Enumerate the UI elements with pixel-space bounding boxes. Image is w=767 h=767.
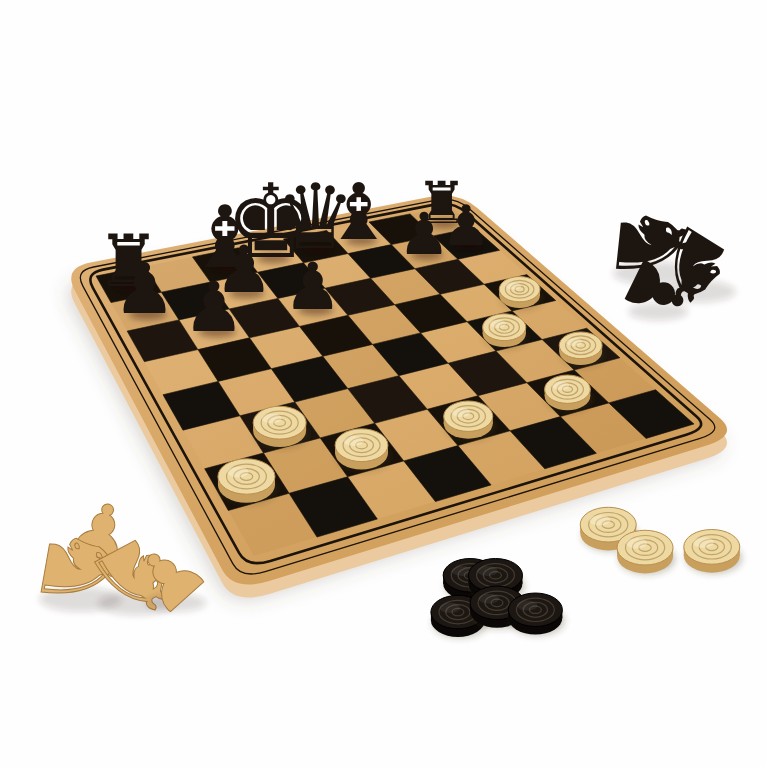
checker-cream-b3[interactable] — [253, 406, 309, 448]
piece-black-bishop-f8[interactable]: ♝ — [324, 167, 394, 257]
checker-cream-g4[interactable] — [483, 314, 529, 349]
svg-text:♝: ♝ — [324, 167, 394, 257]
svg-text:♟: ♟ — [283, 249, 341, 324]
checker-cream-h3[interactable] — [559, 332, 604, 367]
svg-text:♟: ♟ — [441, 193, 491, 258]
checker-cream-h5[interactable] — [499, 277, 542, 310]
black-spares-right: ♞♞♟ — [592, 195, 757, 340]
checker-cream-spare-2[interactable] — [617, 530, 676, 574]
svg-text:♟: ♟ — [113, 248, 176, 330]
piece-black-pawn-h7[interactable]: ♟ — [441, 193, 491, 258]
checker-cream-c2[interactable] — [335, 429, 390, 471]
piece-black-pawn-b6[interactable]: ♟ — [183, 267, 245, 347]
board-scene: ♜♝♚♛♝♜♟♟♟♟♟♟♞♞♟♟♞♞♟ — [0, 0, 767, 767]
checker-black-pile-5[interactable] — [508, 593, 565, 636]
piece-black-pawn-d6[interactable]: ♟ — [283, 249, 341, 324]
checker-cream-e2[interactable] — [444, 401, 496, 440]
black-checkers-pile — [431, 559, 565, 639]
checker-cream-g2[interactable] — [545, 375, 593, 412]
product-photo: ♜♝♚♛♝♜♟♟♟♟♟♟♞♞♟♟♞♞♟ Wooden chessboard ph… — [0, 0, 767, 767]
cream-checkers-group — [580, 507, 742, 574]
checker-cream-a2[interactable] — [218, 459, 278, 504]
piece-black-pawn-a7[interactable]: ♟ — [113, 248, 176, 330]
checker-cream-spare-3[interactable] — [684, 530, 743, 574]
svg-text:♟: ♟ — [183, 267, 245, 347]
